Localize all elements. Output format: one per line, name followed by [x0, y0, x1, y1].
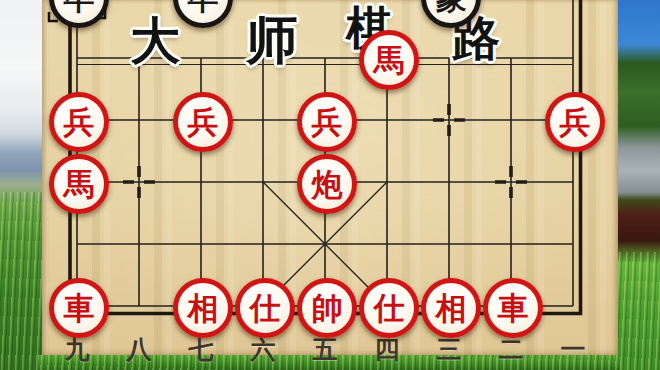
piece-red-soldier-file1[interactable]: 兵 — [545, 92, 605, 152]
piece-red-soldier-file9[interactable]: 兵 — [49, 92, 109, 152]
background-right-scenery — [616, 0, 660, 370]
video-frame: 大 师 棋 路 九八七六五四三二一 卒卒象馬兵兵兵兵馬炮車相仕帥仕相車 — [0, 0, 660, 370]
piece-red-chariot-file9[interactable]: 車 — [49, 278, 109, 338]
file-label: 一 — [542, 333, 604, 366]
file-label: 八 — [108, 333, 170, 366]
piece-red-horse-file9[interactable]: 馬 — [49, 154, 109, 214]
grass-texture — [0, 192, 44, 370]
piece-grid: 卒卒象馬兵兵兵兵馬炮車相仕帥仕相車 — [46, 0, 604, 337]
piece-red-soldier-file7[interactable]: 兵 — [173, 92, 233, 152]
piece-black-elephant-file3[interactable]: 象 — [421, 0, 481, 28]
piece-red-soldier-file5[interactable]: 兵 — [297, 92, 357, 152]
piece-red-advisor-file6[interactable]: 仕 — [235, 278, 295, 338]
background-left-scenery — [0, 0, 44, 370]
piece-red-advisor-file4[interactable]: 仕 — [359, 278, 419, 338]
piece-red-elephant-file7[interactable]: 相 — [173, 278, 233, 338]
piece-black-soldier-file9[interactable]: 卒 — [49, 0, 109, 28]
piece-red-cannon-file5[interactable]: 炮 — [297, 154, 357, 214]
piece-black-soldier-file7[interactable]: 卒 — [173, 0, 233, 28]
piece-red-general-file5[interactable]: 帥 — [297, 278, 357, 338]
grass-texture — [616, 252, 660, 370]
piece-red-elephant-file3[interactable]: 相 — [421, 278, 481, 338]
piece-red-horse-file4[interactable]: 馬 — [359, 30, 419, 90]
piece-red-chariot-file2[interactable]: 車 — [483, 278, 543, 338]
